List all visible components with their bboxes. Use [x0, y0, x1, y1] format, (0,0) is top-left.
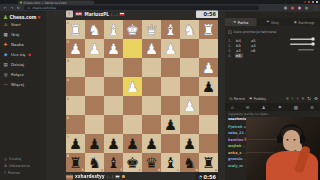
sidebar-item-label: Nauka [11, 42, 24, 47]
tab-label: Graj [271, 20, 279, 25]
sidebar-item-start[interactable]: ⌂Start [3, 21, 45, 28]
flip-board-icon[interactable]: ↻ [307, 96, 311, 101]
chat-username[interactable]: kamilos [228, 137, 243, 141]
sidebar-util-label: Ustawienia [9, 163, 30, 168]
slider[interactable] [298, 49, 314, 51]
square-b5[interactable]: ♟ [180, 96, 199, 115]
square-g8[interactable]: g♞ [85, 153, 104, 172]
slider[interactable] [290, 44, 314, 46]
window-controls[interactable] [304, 1, 318, 3]
player-rating-top: (…) [111, 12, 118, 17]
square-g3[interactable] [85, 58, 104, 77]
tab-graj[interactable]: ⚑Graj [257, 18, 289, 26]
rankingi-tab-icon: ◉ [294, 20, 297, 24]
square-c1[interactable]: ♝ [161, 20, 180, 39]
next-move-icon[interactable]: › [297, 96, 299, 101]
piece-white-pawn[interactable]: ♟ [180, 96, 199, 115]
background-shelf [246, 139, 281, 140]
piece-black-pawn[interactable]: ♟ [123, 134, 142, 153]
white-move[interactable]: a3 [235, 48, 250, 53]
clock-bottom: ◔ 0:56 [196, 173, 218, 180]
square-c6[interactable]: ♟ [161, 115, 180, 134]
square-d4[interactable] [142, 77, 161, 96]
square-b3[interactable] [180, 58, 199, 77]
square-b6[interactable] [180, 115, 199, 134]
stats-icon[interactable]: ▦ [294, 105, 298, 110]
piece-black-pawn[interactable]: ♟ [104, 134, 123, 153]
sidebar-item-label: Start [11, 22, 21, 27]
chat-username[interactable]: maly_m [228, 163, 243, 167]
move-nav: «‹›»↻⚙ [286, 95, 318, 102]
piece-white-pawn[interactable]: ♟ [161, 39, 180, 58]
title-badge: GM [75, 12, 82, 16]
square-f4[interactable] [104, 77, 123, 96]
back-icon[interactable]: ← [3, 6, 8, 11]
gear-icon[interactable]: ⚙ [310, 105, 314, 110]
dzisiaj-icon: ▤ [3, 62, 9, 67]
square-h6[interactable]: 6 [66, 115, 85, 134]
reload-icon[interactable]: ↻ [16, 6, 21, 11]
square-h3[interactable]: 3 [66, 58, 85, 77]
square-b2[interactable] [180, 39, 199, 58]
tab-label: Partia [238, 20, 249, 25]
poland-flag-icon [115, 175, 120, 179]
panel-icon-strip: ⌂✉♟⚑▦⚙ [225, 103, 320, 111]
start-icon: ⌂ [3, 22, 9, 27]
sidebar-item-dzisiaj[interactable]: ▤Dzisiaj [3, 61, 45, 68]
sidebar-item-polacz[interactable]: ◎Połącz [3, 71, 45, 78]
ucz-sie-icon: ◆ [3, 52, 9, 57]
square-d8[interactable]: d♛ [142, 153, 161, 172]
square-b8[interactable]: b♞ [180, 153, 199, 172]
nauka-icon: ✚ [3, 42, 9, 47]
piece-black-pawn[interactable]: ♟ [142, 134, 161, 153]
piece-white-pawn[interactable]: ♟ [66, 39, 85, 58]
square-c7[interactable] [161, 134, 180, 153]
square-e2[interactable] [123, 39, 142, 58]
square-g4[interactable] [85, 77, 104, 96]
piece-white-rook[interactable]: ♜ [199, 20, 218, 39]
white-move[interactable]: b4 [235, 38, 250, 43]
move-row: 4.e4 [228, 53, 317, 58]
move-number: 4. [228, 53, 235, 58]
graj-tab-icon: ⚑ [266, 20, 269, 24]
sidebar: ♟ Chess.com ⌂Start▦Graj✚Nauka◆Ucz się▤Dz… [0, 11, 46, 180]
square-e3[interactable] [123, 58, 142, 77]
window-dot-icon[interactable] [312, 1, 314, 3]
square-g5[interactable] [85, 96, 104, 115]
square-f5[interactable] [104, 96, 123, 115]
sidebar-item-label: Graj [11, 32, 19, 37]
piece-black-king[interactable]: ♚ [123, 153, 142, 172]
autoqueen-label: Auto-promocja hetmana [234, 30, 277, 34]
chat-username[interactable]: Pjotrek [228, 124, 242, 128]
background-shelf [246, 152, 274, 153]
square-d1[interactable]: ♛ [142, 20, 161, 39]
prev-move-icon[interactable]: ‹ [292, 96, 294, 101]
partia-tab-icon: ≡ [233, 20, 236, 24]
profile-avatar[interactable] [305, 7, 308, 10]
player-name-top[interactable]: MariuszPL [84, 12, 109, 17]
avatar-bottom[interactable] [66, 173, 73, 180]
square-c8[interactable]: c♝ [161, 153, 180, 172]
player-bar-bottom: xxhardestyy (…) ◔ 0:56 [66, 172, 218, 180]
player-bar-top: ♖ GM MariuszPL (…) 0:56 [66, 10, 218, 19]
screenshot-root: Chess.com — Partia na żywo ← → ↻ ⓘ chess… [0, 0, 320, 180]
browser-menu-icon[interactable]: ⋮ [315, 6, 319, 10]
piece-black-rook[interactable]: ♜ [66, 153, 85, 172]
square-e8[interactable]: e♚ [123, 153, 142, 172]
piece-white-pawn[interactable]: ♟ [104, 39, 123, 58]
piece-white-rook[interactable]: ♜ [66, 20, 85, 39]
webcam-overlay [246, 117, 320, 180]
games-icon[interactable]: ♟ [262, 105, 266, 110]
window-dot-icon[interactable] [304, 1, 306, 3]
square-e5[interactable] [123, 96, 142, 115]
piece-white-pawn[interactable]: ♟ [123, 77, 142, 96]
square-e1[interactable]: ♚ [123, 20, 142, 39]
move-number: 3. [228, 48, 235, 53]
chat-username[interactable]: anka_x [228, 150, 242, 154]
piece-white-knight[interactable]: ♞ [180, 20, 199, 39]
sidebar-item-ucz-sie[interactable]: ◆Ucz się [3, 51, 45, 58]
streamer-hand [295, 143, 302, 151]
square-e7[interactable]: ♟ [123, 134, 142, 153]
square-f7[interactable]: ♟ [104, 134, 123, 153]
piece-white-king[interactable]: ♚ [123, 20, 142, 39]
home-icon[interactable]: ⌂ [231, 105, 234, 110]
square-b7[interactable]: ♟ [180, 134, 199, 153]
square-g6[interactable] [85, 115, 104, 134]
pawn-logo-icon: ♟ [3, 14, 8, 21]
membership-badge-icon [122, 175, 125, 178]
panel-tabs: ≡Partia⚑Graj◉Rankingi [225, 18, 320, 26]
rank-label: 5 [67, 96, 69, 100]
tab-partia[interactable]: ≡Partia [225, 18, 257, 26]
piece-white-pawn[interactable]: ♟ [199, 58, 218, 77]
square-b1[interactable]: ♞ [180, 20, 199, 39]
black-move[interactable]: a4 [250, 43, 265, 48]
square-c2[interactable]: ♟ [161, 39, 180, 58]
resign-icon: ⚑ [249, 96, 252, 101]
square-c5[interactable] [161, 96, 180, 115]
square-a8[interactable]: a♜ [199, 153, 218, 172]
piece-black-pawn[interactable]: ♟ [199, 77, 218, 96]
first-move-icon[interactable]: « [286, 96, 289, 101]
move-list: 1.b4a52.b5a43.a3c64.e4 [228, 38, 317, 58]
tab-rankingi[interactable]: ◉Rankingi [288, 18, 320, 26]
player-name-bottom[interactable]: xxhardestyy [75, 174, 105, 179]
square-h1[interactable]: 1♜ [66, 20, 85, 39]
move-number: 2. [228, 43, 235, 48]
polacz-icon: ◎ [3, 72, 9, 77]
square-d5[interactable] [142, 96, 161, 115]
slider[interactable] [290, 39, 314, 41]
message-icon[interactable]: ✉ [246, 105, 250, 110]
square-h4[interactable]: 4 [66, 77, 85, 96]
square-a1[interactable]: ♜ [199, 20, 218, 39]
square-g7[interactable]: ♟ [85, 134, 104, 153]
square-a5[interactable] [199, 96, 218, 115]
poland-flag-icon [120, 12, 125, 16]
checkbox[interactable] [228, 30, 232, 34]
draw-button[interactable]: ½ Remis [229, 96, 245, 101]
square-f8[interactable]: f♝ [104, 153, 123, 172]
piece-white-bishop[interactable]: ♝ [161, 20, 180, 39]
clock-top: 0:56 [196, 10, 218, 18]
sidebar-util-label: Szukaj [9, 156, 21, 161]
piece-black-knight[interactable]: ♞ [180, 153, 199, 172]
piece-white-pawn[interactable]: ♟ [142, 39, 161, 58]
avatar-top[interactable]: ♖ [66, 11, 73, 18]
szukaj-icon: ◎ [4, 156, 7, 160]
piece-white-knight[interactable]: ♞ [85, 20, 104, 39]
sidebar-util-ustawienia[interactable]: ⚙Ustawienia [4, 163, 30, 168]
square-a6[interactable] [199, 115, 218, 134]
piece-black-bishop[interactable]: ♝ [161, 153, 180, 172]
white-move[interactable]: e4 [235, 53, 243, 58]
extension-icon[interactable] [291, 7, 294, 10]
square-b4[interactable] [180, 77, 199, 96]
extension-icon[interactable] [298, 7, 301, 10]
square-d7[interactable]: ♟ [142, 134, 161, 153]
square-e6[interactable] [123, 115, 142, 134]
wiecej-icon: ⋯ [3, 82, 9, 87]
sidebar-item-graj[interactable]: ▦Graj [3, 31, 45, 38]
square-f3[interactable] [104, 58, 123, 77]
chat-username[interactable]: grzesiu [228, 157, 242, 161]
sidebar-item-label: Dzisiaj [11, 62, 24, 67]
piece-black-bishop[interactable]: ♝ [104, 153, 123, 172]
ustawienia-icon: ⚙ [4, 163, 7, 167]
extensions-icon[interactable] [284, 7, 287, 10]
black-move[interactable]: c6 [250, 48, 265, 53]
piece-black-pawn[interactable]: ♟ [66, 134, 85, 153]
piece-white-bishop[interactable]: ♝ [104, 20, 123, 39]
square-c4[interactable] [161, 77, 180, 96]
forward-icon[interactable]: → [10, 6, 15, 11]
square-d6[interactable] [142, 115, 161, 134]
streamer-torso [266, 151, 318, 180]
piece-black-knight[interactable]: ♞ [85, 153, 104, 172]
square-g2[interactable]: ♟ [85, 39, 104, 58]
status-line: Oglądasz partię na żywo [228, 112, 317, 116]
sidebar-util-pomoc[interactable]: ?Pomoc [4, 170, 20, 175]
white-move[interactable]: b5 [235, 43, 250, 48]
square-a3[interactable]: ♟ [199, 58, 218, 77]
square-g1[interactable]: ♞ [85, 20, 104, 39]
piece-black-pawn[interactable]: ♟ [180, 134, 199, 153]
rank-label: 4 [67, 77, 69, 81]
piece-white-pawn[interactable]: ♟ [85, 39, 104, 58]
draw-icon: ½ [229, 96, 233, 101]
sidebar-util-label: Pomoc [8, 170, 20, 175]
square-c3[interactable] [161, 58, 180, 77]
graj-icon: ▦ [3, 32, 9, 37]
square-h7[interactable]: 7♟ [66, 134, 85, 153]
headphone-earcup [277, 135, 282, 143]
move-number: 1. [228, 38, 235, 43]
square-h5[interactable]: 5 [66, 96, 85, 115]
sidebar-item-label: Więcej [11, 82, 24, 87]
sidebar-item-nauka[interactable]: ✚Nauka [3, 41, 45, 48]
piece-white-queen[interactable]: ♛ [142, 20, 161, 39]
alert-badge [29, 53, 32, 56]
rank-label: 3 [67, 58, 69, 62]
sidebar-item-wiecej[interactable]: ⋯Więcej [3, 81, 45, 88]
sidebar-item-label: Ucz się [11, 52, 25, 57]
square-e4[interactable]: ♟ [123, 77, 142, 96]
settings-icon[interactable]: ⚙ [314, 96, 318, 101]
square-f6[interactable] [104, 115, 123, 134]
window-dot-icon[interactable] [316, 1, 318, 3]
square-a7[interactable] [199, 134, 218, 153]
square-h8[interactable]: 8h♜ [66, 153, 85, 172]
autoqueen-option[interactable]: Auto-promocja hetmana [228, 30, 276, 34]
rank-label: 6 [67, 115, 69, 119]
piece-black-queen[interactable]: ♛ [142, 153, 161, 172]
chesscom-logo[interactable]: ♟ Chess.com [3, 14, 41, 21]
player-rating-bottom: (…) [107, 174, 114, 179]
square-a2[interactable] [199, 39, 218, 58]
last-move-icon[interactable]: » [301, 96, 304, 101]
resign-button[interactable]: ⚑ Poddaj [249, 96, 266, 101]
headphone-earcup [300, 135, 305, 143]
square-f1[interactable]: ♝ [104, 20, 123, 39]
clock-icon: ◔ [199, 174, 202, 179]
square-a4[interactable]: ♟ [199, 77, 218, 96]
chat-username[interactable]: seba_21 [228, 131, 244, 135]
chat-username[interactable]: wojtek [228, 144, 241, 148]
piece-black-rook[interactable]: ♜ [199, 153, 218, 172]
piece-black-pawn[interactable]: ♟ [85, 134, 104, 153]
chess-board: 1♜♞♝♚♛♝♞♜2♟♟♟♟♟3♟4♟♟5♟6♟7♟♟♟♟♟♟8h♜g♞f♝e♚… [66, 20, 218, 172]
square-d2[interactable]: ♟ [142, 39, 161, 58]
site-info-icon[interactable]: ⓘ [27, 6, 30, 11]
sidebar-item-label: Połącz [11, 72, 24, 77]
square-f2[interactable]: ♟ [104, 39, 123, 58]
report-icon[interactable]: ⚑ [278, 105, 282, 110]
black-move[interactable]: a5 [250, 38, 265, 43]
square-d3[interactable] [142, 58, 161, 77]
pomoc-icon: ? [4, 170, 6, 174]
piece-black-pawn[interactable]: ♟ [161, 115, 180, 134]
url-text: chess.com/live [32, 6, 56, 10]
favicon [20, 1, 22, 3]
tab-label: Rankingi [298, 20, 314, 25]
window-dot-icon[interactable] [308, 1, 310, 3]
notification-badge [38, 16, 41, 19]
square-h2[interactable]: 2♟ [66, 39, 85, 58]
logo-text: Chess.com [9, 15, 36, 20]
sidebar-util-szukaj[interactable]: ◎Szukaj [4, 156, 21, 161]
